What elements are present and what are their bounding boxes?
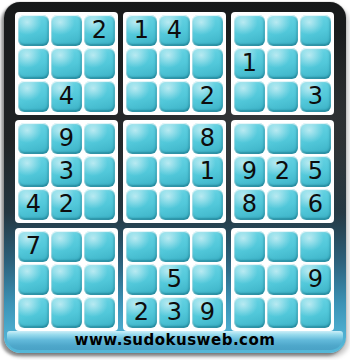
block-2: 142 (123, 12, 226, 115)
given-digit: 4 (26, 192, 41, 216)
cell-r4c2[interactable]: 9 (51, 123, 82, 154)
cell-r2c2[interactable] (51, 48, 82, 79)
cell-r9c9[interactable] (300, 297, 331, 328)
given-digit: 2 (59, 192, 74, 216)
cell-r8c2[interactable] (51, 264, 82, 295)
cell-r9c2[interactable] (51, 297, 82, 328)
cell-r1c9[interactable] (300, 15, 331, 46)
cell-r4c8[interactable] (267, 123, 298, 154)
cell-r4c5[interactable] (159, 123, 190, 154)
cell-r6c9[interactable]: 6 (300, 189, 331, 220)
cell-r8c8[interactable] (267, 264, 298, 295)
cell-r4c6[interactable]: 8 (192, 123, 223, 154)
block-1: 24 (15, 12, 118, 115)
cell-r4c9[interactable] (300, 123, 331, 154)
given-digit: 1 (242, 51, 257, 75)
cell-r4c4[interactable] (126, 123, 157, 154)
cell-r7c9[interactable] (300, 231, 331, 262)
cell-r9c5[interactable]: 3 (159, 297, 190, 328)
given-digit: 5 (167, 267, 182, 291)
cell-r2c5[interactable] (159, 48, 190, 79)
cell-r3c4[interactable] (126, 81, 157, 112)
cell-r9c4[interactable]: 2 (126, 297, 157, 328)
cell-r4c1[interactable] (18, 123, 49, 154)
cell-r7c2[interactable] (51, 231, 82, 262)
cell-r3c6[interactable]: 2 (192, 81, 223, 112)
given-digit: 2 (92, 18, 107, 42)
cell-r2c8[interactable] (267, 48, 298, 79)
given-digit: 9 (200, 300, 215, 324)
given-digit: 8 (242, 192, 257, 216)
given-digit: 9 (242, 159, 257, 183)
cell-r4c7[interactable] (234, 123, 265, 154)
cell-r6c3[interactable] (84, 189, 115, 220)
cell-r7c5[interactable] (159, 231, 190, 262)
given-digit: 1 (200, 159, 215, 183)
cell-r3c9[interactable]: 3 (300, 81, 331, 112)
block-7: 7 (15, 228, 118, 331)
cell-r8c6[interactable] (192, 264, 223, 295)
given-digit: 5 (308, 159, 323, 183)
given-digit: 2 (275, 159, 290, 183)
cell-r1c2[interactable] (51, 15, 82, 46)
cell-r3c2[interactable]: 4 (51, 81, 82, 112)
cell-r6c6[interactable] (192, 189, 223, 220)
block-3: 13 (231, 12, 334, 115)
website-link[interactable]: www.sudokusweb.com (75, 333, 276, 348)
block-8: 5239 (123, 228, 226, 331)
cell-r8c9[interactable]: 9 (300, 264, 331, 295)
cell-r8c5[interactable]: 5 (159, 264, 190, 295)
cell-r3c1[interactable] (18, 81, 49, 112)
given-digit: 2 (200, 84, 215, 108)
cell-r9c1[interactable] (18, 297, 49, 328)
cell-r4c3[interactable] (84, 123, 115, 154)
cell-r7c7[interactable] (234, 231, 265, 262)
cell-r6c5[interactable] (159, 189, 190, 220)
cell-r9c3[interactable] (84, 297, 115, 328)
cell-r3c5[interactable] (159, 81, 190, 112)
cell-r5c1[interactable] (18, 156, 49, 187)
cell-r6c4[interactable] (126, 189, 157, 220)
cell-r1c4[interactable]: 1 (126, 15, 157, 46)
sudoku-board-frame: 241421393428192586752399 www.sudokusweb.… (4, 2, 346, 353)
block-9: 9 (231, 228, 334, 331)
footer-bar: www.sudokusweb.com (7, 331, 343, 350)
cell-r8c4[interactable] (126, 264, 157, 295)
cell-r3c8[interactable] (267, 81, 298, 112)
block-4: 9342 (15, 120, 118, 223)
cell-r1c7[interactable] (234, 15, 265, 46)
cell-r7c8[interactable] (267, 231, 298, 262)
given-digit: 3 (167, 300, 182, 324)
cell-r5c4[interactable] (126, 156, 157, 187)
cell-r6c8[interactable] (267, 189, 298, 220)
cell-r5c9[interactable]: 5 (300, 156, 331, 187)
given-digit: 9 (308, 267, 323, 291)
given-digit: 7 (26, 234, 41, 258)
cell-r2c6[interactable] (192, 48, 223, 79)
cell-r9c8[interactable] (267, 297, 298, 328)
given-digit: 4 (59, 84, 74, 108)
block-6: 92586 (231, 120, 334, 223)
cell-r9c6[interactable]: 9 (192, 297, 223, 328)
cell-r1c3[interactable]: 2 (84, 15, 115, 46)
cell-r1c8[interactable] (267, 15, 298, 46)
cell-r2c9[interactable] (300, 48, 331, 79)
cell-r7c6[interactable] (192, 231, 223, 262)
cell-r2c7[interactable]: 1 (234, 48, 265, 79)
cell-r1c1[interactable] (18, 15, 49, 46)
cell-r3c7[interactable] (234, 81, 265, 112)
given-digit: 2 (134, 300, 149, 324)
given-digit: 6 (308, 192, 323, 216)
given-digit: 3 (308, 84, 323, 108)
cell-r8c3[interactable] (84, 264, 115, 295)
block-5: 81 (123, 120, 226, 223)
cell-r2c4[interactable] (126, 48, 157, 79)
cell-r5c2[interactable]: 3 (51, 156, 82, 187)
cell-r7c4[interactable] (126, 231, 157, 262)
cell-r5c3[interactable] (84, 156, 115, 187)
given-digit: 4 (167, 18, 182, 42)
sudoku-grid: 241421393428192586752399 (15, 12, 334, 331)
cell-r1c6[interactable] (192, 15, 223, 46)
cell-r5c7[interactable]: 9 (234, 156, 265, 187)
cell-r9c7[interactable] (234, 297, 265, 328)
cell-r6c1[interactable]: 4 (18, 189, 49, 220)
cell-r8c7[interactable] (234, 264, 265, 295)
cell-r6c7[interactable]: 8 (234, 189, 265, 220)
given-digit: 3 (59, 159, 74, 183)
cell-r3c3[interactable] (84, 81, 115, 112)
cell-r2c1[interactable] (18, 48, 49, 79)
cell-r5c8[interactable]: 2 (267, 156, 298, 187)
cell-r8c1[interactable] (18, 264, 49, 295)
cell-r7c1[interactable]: 7 (18, 231, 49, 262)
cell-r5c5[interactable] (159, 156, 190, 187)
given-digit: 9 (59, 126, 74, 150)
cell-r5c6[interactable]: 1 (192, 156, 223, 187)
given-digit: 8 (200, 126, 215, 150)
cell-r1c5[interactable]: 4 (159, 15, 190, 46)
given-digit: 1 (134, 18, 149, 42)
cell-r2c3[interactable] (84, 48, 115, 79)
cell-r6c2[interactable]: 2 (51, 189, 82, 220)
cell-r7c3[interactable] (84, 231, 115, 262)
